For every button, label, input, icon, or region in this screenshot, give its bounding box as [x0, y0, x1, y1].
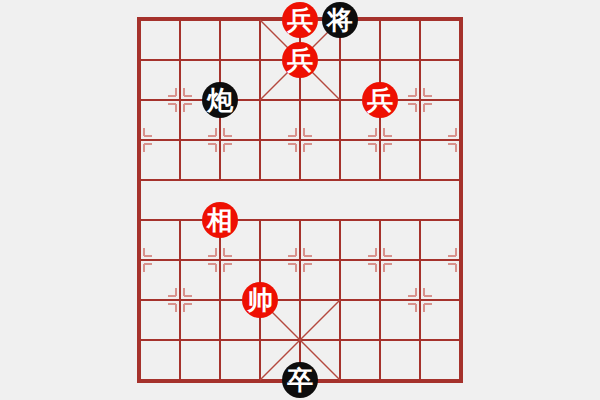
piece-red-soldier[interactable]: 兵 — [282, 2, 318, 38]
piece-red-soldier[interactable]: 兵 — [282, 42, 318, 78]
board-points-grid: 兵将兵炮兵相帅卒 — [120, 0, 480, 400]
xiangqi-board: 兵将兵炮兵相帅卒 — [120, 0, 480, 400]
xiangqi-app: 兵将兵炮兵相帅卒 — [0, 0, 600, 400]
piece-red-general[interactable]: 帅 — [242, 282, 278, 318]
piece-black-soldier[interactable]: 卒 — [282, 362, 318, 398]
piece-red-elephant[interactable]: 相 — [202, 202, 238, 238]
piece-black-cannon[interactable]: 炮 — [202, 82, 238, 118]
piece-black-general[interactable]: 将 — [322, 2, 358, 38]
piece-red-soldier[interactable]: 兵 — [362, 82, 398, 118]
